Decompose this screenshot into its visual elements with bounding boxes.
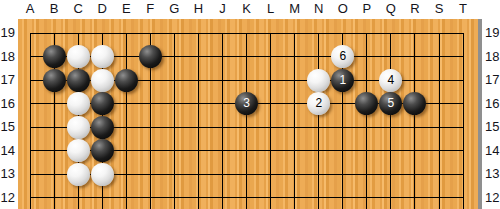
grid-line-v-S <box>439 33 440 209</box>
grid-line-h-12 <box>30 197 464 198</box>
move-number-3: 3 <box>235 92 258 115</box>
grid-line-v-J <box>222 33 223 209</box>
col-label-R: R <box>403 1 427 17</box>
stone-black-P16[interactable] <box>355 92 378 115</box>
grid-line-v-M <box>294 33 295 209</box>
stone-white-C15[interactable] <box>67 116 90 139</box>
go-board[interactable]: 361245 <box>18 19 478 209</box>
stone-black-R16[interactable] <box>403 92 426 115</box>
grid-line-v-K <box>246 33 247 209</box>
grid-line-v-R <box>414 33 415 209</box>
col-label-E: E <box>114 1 138 17</box>
row-label-left-14: 14 <box>0 143 15 159</box>
col-label-L: L <box>259 1 283 17</box>
stone-white-Q17[interactable]: 4 <box>379 69 402 92</box>
grid-line-v-Q <box>390 33 391 209</box>
col-label-H: H <box>186 1 210 17</box>
go-board-viewport: ABCDEFGHJKLMNOPQRST 1918171615141312 191… <box>0 0 500 209</box>
row-label-left-19: 19 <box>0 25 15 41</box>
stone-black-D16[interactable] <box>91 92 114 115</box>
move-number-6: 6 <box>331 45 354 68</box>
row-label-right-15: 15 <box>485 119 500 135</box>
stone-white-D17[interactable] <box>91 69 114 92</box>
grid-line-v-N <box>318 33 319 209</box>
grid-line-h-19 <box>30 33 464 34</box>
board-edge-shadow <box>478 19 482 209</box>
stone-black-K16[interactable]: 3 <box>235 92 258 115</box>
move-number-1: 1 <box>331 69 354 92</box>
stone-black-C17[interactable] <box>67 69 90 92</box>
col-label-C: C <box>66 1 90 17</box>
stone-white-C14[interactable] <box>67 139 90 162</box>
row-label-right-12: 12 <box>485 190 500 206</box>
stone-white-N17[interactable] <box>307 69 330 92</box>
stone-black-B17[interactable] <box>43 69 66 92</box>
stone-black-Q16[interactable]: 5 <box>379 92 402 115</box>
col-label-A: A <box>18 1 42 17</box>
stone-black-F18[interactable] <box>139 45 162 68</box>
stone-black-D15[interactable] <box>91 116 114 139</box>
col-label-Q: Q <box>379 1 403 17</box>
stone-white-C18[interactable] <box>67 45 90 68</box>
row-label-left-12: 12 <box>0 190 15 206</box>
row-label-left-15: 15 <box>0 119 15 135</box>
row-label-right-18: 18 <box>485 49 500 65</box>
stone-black-O17[interactable]: 1 <box>331 69 354 92</box>
col-label-T: T <box>451 1 475 17</box>
col-label-O: O <box>331 1 355 17</box>
move-number-2: 2 <box>307 92 330 115</box>
col-label-D: D <box>90 1 114 17</box>
col-label-K: K <box>235 1 259 17</box>
grid-line-v-L <box>270 33 271 209</box>
row-label-left-18: 18 <box>0 49 15 65</box>
grid-line-v-T <box>463 33 464 209</box>
stone-white-N16[interactable]: 2 <box>307 92 330 115</box>
stone-black-D14[interactable] <box>91 139 114 162</box>
col-label-G: G <box>162 1 186 17</box>
row-label-left-17: 17 <box>0 72 15 88</box>
stone-white-D13[interactable] <box>91 163 114 186</box>
col-label-P: P <box>355 1 379 17</box>
grid-line-v-E <box>126 33 127 209</box>
grid-line-v-H <box>198 33 199 209</box>
move-number-5: 5 <box>379 92 402 115</box>
col-label-N: N <box>307 1 331 17</box>
row-label-right-14: 14 <box>485 143 500 159</box>
col-label-B: B <box>42 1 66 17</box>
row-label-right-19: 19 <box>485 25 500 41</box>
row-label-right-17: 17 <box>485 72 500 88</box>
col-label-S: S <box>427 1 451 17</box>
stone-black-E17[interactable] <box>115 69 138 92</box>
stone-white-C16[interactable] <box>67 92 90 115</box>
row-label-right-16: 16 <box>485 96 500 112</box>
move-number-4: 4 <box>379 69 402 92</box>
stone-black-B18[interactable] <box>43 45 66 68</box>
grid-line-v-P <box>366 33 367 209</box>
stone-white-O18[interactable]: 6 <box>331 45 354 68</box>
col-label-F: F <box>138 1 162 17</box>
stone-white-C13[interactable] <box>67 163 90 186</box>
row-label-right-13: 13 <box>485 166 500 182</box>
col-label-M: M <box>283 1 307 17</box>
grid-line-v-G <box>174 33 175 209</box>
row-label-left-13: 13 <box>0 166 15 182</box>
row-label-left-16: 16 <box>0 96 15 112</box>
grid-line-v-A <box>30 33 31 209</box>
stone-white-D18[interactable] <box>91 45 114 68</box>
col-label-J: J <box>210 1 234 17</box>
